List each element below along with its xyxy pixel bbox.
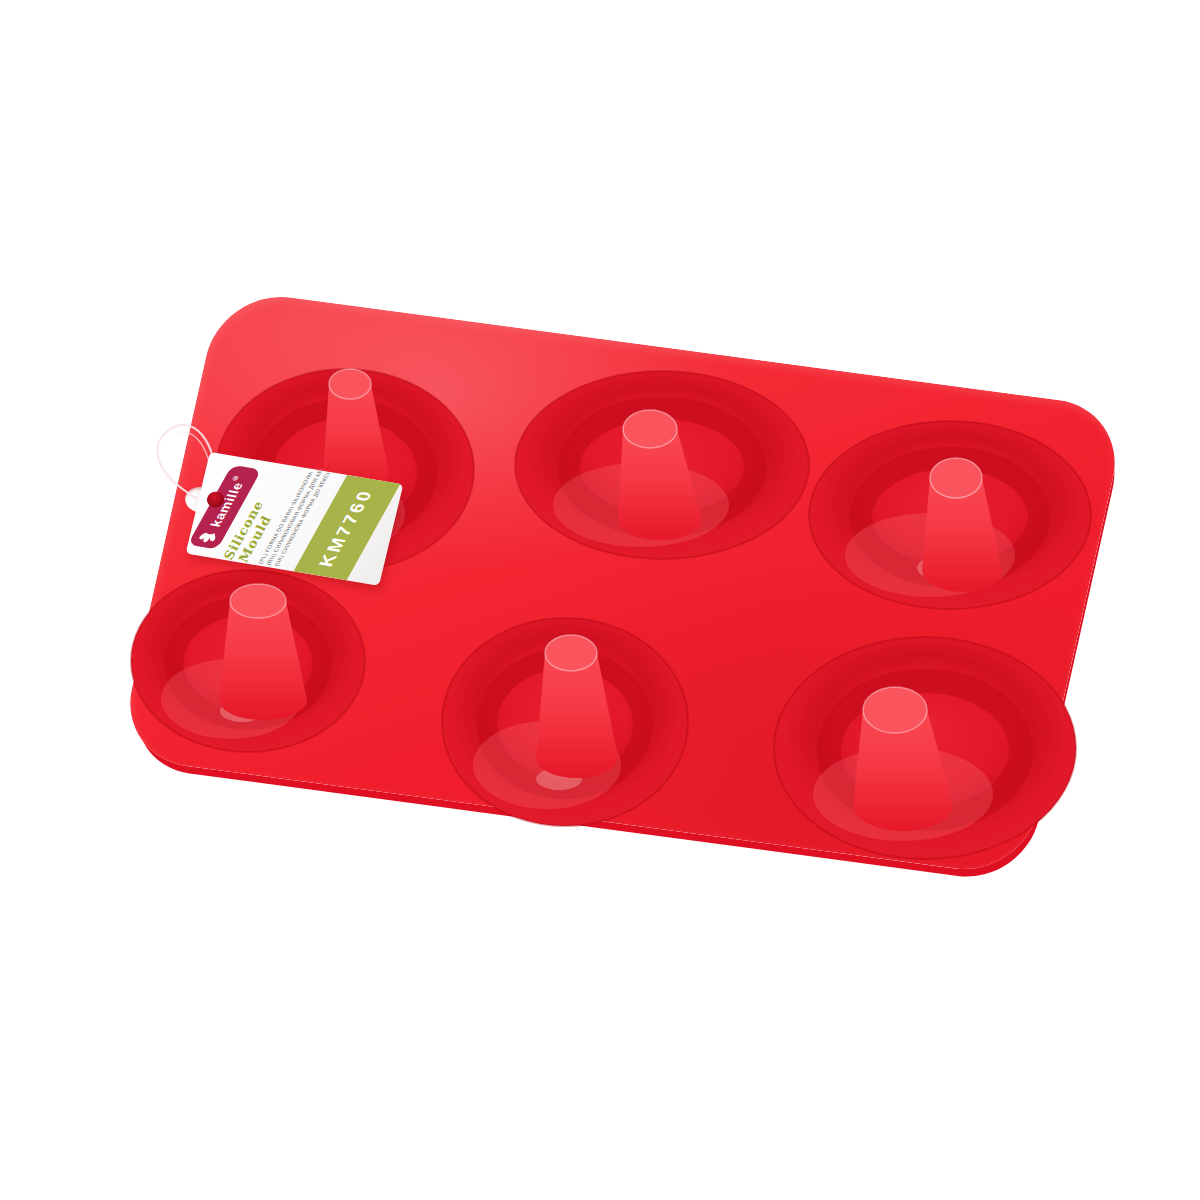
mould-cavity-4 bbox=[130, 569, 366, 753]
cavity-post-top bbox=[230, 584, 286, 618]
cavity-post-top bbox=[329, 369, 371, 399]
cavity-post-top bbox=[930, 458, 982, 498]
mould-cavity-3 bbox=[808, 420, 1092, 610]
cavity-post-top bbox=[863, 687, 927, 733]
cavity-post-top bbox=[545, 635, 597, 671]
mould-cavity-5 bbox=[441, 617, 689, 827]
mould-cavity-6 bbox=[773, 636, 1077, 860]
mould-cavity-2 bbox=[514, 370, 810, 560]
cavity-post-top bbox=[623, 410, 677, 448]
model-number: KM7760 bbox=[315, 487, 379, 567]
registered-mark: ® bbox=[230, 474, 241, 482]
kamille-sprout-icon bbox=[198, 530, 218, 543]
product-photo-scene: kamille® Silicone Mould (PL) FORMA DO BA… bbox=[0, 0, 1200, 1200]
